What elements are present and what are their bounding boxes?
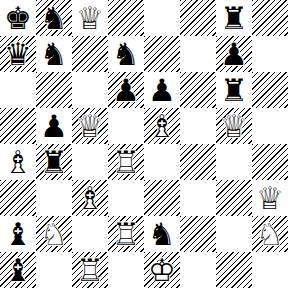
chess-board: ♚♚♞♞♛♕♜♜♛♛♞♞♞♞♟♟♟♟♟♟♜♜♟♟♛♕♝♗♛♕♝♗♜♜♜♖♝♗♛♕… <box>0 0 288 288</box>
square-c8[interactable]: ♛♕ <box>72 0 108 36</box>
piece-black-bishop: ♝ <box>0 216 36 252</box>
piece-white-rook: ♖ <box>108 216 144 252</box>
piece-white-queen: ♕ <box>72 108 108 144</box>
square-g6[interactable]: ♜♜ <box>216 72 252 108</box>
piece-white-knight: ♘ <box>36 216 72 252</box>
square-g1[interactable] <box>216 252 252 288</box>
square-f8[interactable] <box>180 0 216 36</box>
piece-white-knight: ♘ <box>252 216 288 252</box>
piece-mask: ♚ <box>0 0 36 36</box>
square-f6[interactable] <box>180 72 216 108</box>
square-a5[interactable] <box>0 108 36 144</box>
square-b5[interactable]: ♟♟ <box>36 108 72 144</box>
square-d4[interactable]: ♜♖ <box>108 144 144 180</box>
piece-mask: ♞ <box>144 216 180 252</box>
square-c3[interactable]: ♝♗ <box>72 180 108 216</box>
square-f1[interactable] <box>180 252 216 288</box>
square-a2[interactable]: ♝♝ <box>0 216 36 252</box>
square-a4[interactable]: ♝♗ <box>0 144 36 180</box>
square-g8[interactable]: ♜♜ <box>216 0 252 36</box>
square-b4[interactable]: ♜♜ <box>36 144 72 180</box>
piece-mask: ♛ <box>216 108 252 144</box>
square-c1[interactable]: ♜♖ <box>72 252 108 288</box>
square-a7[interactable]: ♛♛ <box>0 36 36 72</box>
piece-mask: ♝ <box>0 216 36 252</box>
piece-white-bishop: ♗ <box>0 144 36 180</box>
square-g2[interactable] <box>216 216 252 252</box>
square-a6[interactable] <box>0 72 36 108</box>
piece-mask: ♞ <box>108 36 144 72</box>
piece-black-bishop: ♝ <box>0 252 36 288</box>
piece-black-rook: ♜ <box>216 72 252 108</box>
square-h8[interactable] <box>252 0 288 36</box>
square-c2[interactable] <box>72 216 108 252</box>
piece-black-pawn: ♟ <box>108 72 144 108</box>
piece-black-knight: ♞ <box>36 0 72 36</box>
square-h7[interactable] <box>252 36 288 72</box>
piece-mask: ♞ <box>36 0 72 36</box>
piece-mask: ♞ <box>36 36 72 72</box>
square-d7[interactable]: ♞♞ <box>108 36 144 72</box>
piece-black-king: ♚ <box>0 0 36 36</box>
square-b1[interactable] <box>36 252 72 288</box>
piece-white-rook: ♖ <box>72 252 108 288</box>
square-f7[interactable] <box>180 36 216 72</box>
piece-mask: ♚ <box>144 252 180 288</box>
piece-white-rook: ♖ <box>108 144 144 180</box>
piece-mask: ♝ <box>0 252 36 288</box>
piece-mask: ♛ <box>72 0 108 36</box>
piece-white-king: ♔ <box>144 252 180 288</box>
square-e7[interactable] <box>144 36 180 72</box>
square-e4[interactable] <box>144 144 180 180</box>
piece-white-queen: ♕ <box>72 0 108 36</box>
square-h2[interactable]: ♞♘ <box>252 216 288 252</box>
square-f3[interactable] <box>180 180 216 216</box>
piece-black-rook: ♜ <box>36 144 72 180</box>
square-d1[interactable] <box>108 252 144 288</box>
square-a1[interactable]: ♝♝ <box>0 252 36 288</box>
square-h4[interactable] <box>252 144 288 180</box>
piece-mask: ♝ <box>72 180 108 216</box>
piece-white-queen: ♕ <box>252 180 288 216</box>
square-e1[interactable]: ♚♔ <box>144 252 180 288</box>
square-c4[interactable] <box>72 144 108 180</box>
piece-black-pawn: ♟ <box>36 108 72 144</box>
piece-mask: ♟ <box>144 72 180 108</box>
piece-black-pawn: ♟ <box>216 36 252 72</box>
piece-mask: ♜ <box>72 252 108 288</box>
square-g7[interactable]: ♟♟ <box>216 36 252 72</box>
piece-mask: ♜ <box>108 216 144 252</box>
square-d6[interactable]: ♟♟ <box>108 72 144 108</box>
piece-mask: ♟ <box>108 72 144 108</box>
piece-mask: ♛ <box>252 180 288 216</box>
square-h5[interactable] <box>252 108 288 144</box>
square-g5[interactable]: ♛♕ <box>216 108 252 144</box>
square-d8[interactable] <box>108 0 144 36</box>
piece-mask: ♞ <box>36 216 72 252</box>
piece-white-queen: ♕ <box>216 108 252 144</box>
square-c6[interactable] <box>72 72 108 108</box>
square-h6[interactable] <box>252 72 288 108</box>
piece-mask: ♝ <box>0 144 36 180</box>
square-d2[interactable]: ♜♖ <box>108 216 144 252</box>
piece-mask: ♛ <box>72 108 108 144</box>
square-g4[interactable] <box>216 144 252 180</box>
square-e5[interactable]: ♝♗ <box>144 108 180 144</box>
piece-black-queen: ♛ <box>0 36 36 72</box>
piece-mask: ♜ <box>36 144 72 180</box>
piece-white-bishop: ♗ <box>72 180 108 216</box>
piece-mask: ♟ <box>36 108 72 144</box>
square-d5[interactable] <box>108 108 144 144</box>
square-a3[interactable] <box>0 180 36 216</box>
square-f2[interactable] <box>180 216 216 252</box>
square-f4[interactable] <box>180 144 216 180</box>
piece-mask: ♞ <box>252 216 288 252</box>
square-h1[interactable] <box>252 252 288 288</box>
piece-black-rook: ♜ <box>216 0 252 36</box>
piece-mask: ♜ <box>216 0 252 36</box>
piece-black-pawn: ♟ <box>144 72 180 108</box>
piece-mask: ♝ <box>144 108 180 144</box>
square-e3[interactable] <box>144 180 180 216</box>
square-b2[interactable]: ♞♘ <box>36 216 72 252</box>
piece-black-knight: ♞ <box>36 36 72 72</box>
square-a8[interactable]: ♚♚ <box>0 0 36 36</box>
square-d3[interactable] <box>108 180 144 216</box>
square-e6[interactable]: ♟♟ <box>144 72 180 108</box>
piece-black-knight: ♞ <box>108 36 144 72</box>
square-h3[interactable]: ♛♕ <box>252 180 288 216</box>
square-e8[interactable] <box>144 0 180 36</box>
square-b7[interactable]: ♞♞ <box>36 36 72 72</box>
piece-mask: ♜ <box>216 72 252 108</box>
square-g3[interactable] <box>216 180 252 216</box>
square-b3[interactable] <box>36 180 72 216</box>
piece-mask: ♟ <box>216 36 252 72</box>
square-b8[interactable]: ♞♞ <box>36 0 72 36</box>
square-c7[interactable] <box>72 36 108 72</box>
piece-mask: ♛ <box>0 36 36 72</box>
square-e2[interactable]: ♞♞ <box>144 216 180 252</box>
square-b6[interactable] <box>36 72 72 108</box>
square-f5[interactable] <box>180 108 216 144</box>
square-c5[interactable]: ♛♕ <box>72 108 108 144</box>
piece-mask: ♜ <box>108 144 144 180</box>
piece-black-knight: ♞ <box>144 216 180 252</box>
piece-white-bishop: ♗ <box>144 108 180 144</box>
